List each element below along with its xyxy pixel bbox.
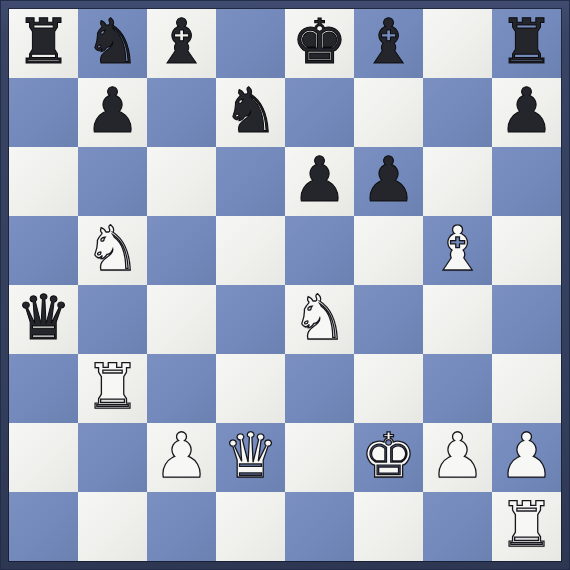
square-g1[interactable]	[423, 492, 492, 561]
piece-black-pawn[interactable]: ♟	[499, 80, 555, 142]
square-c6[interactable]	[147, 147, 216, 216]
piece-black-pawn[interactable]: ♟	[361, 149, 417, 211]
square-h8[interactable]: ♜	[492, 9, 561, 78]
piece-white-knight[interactable]: ♞	[85, 218, 141, 280]
piece-black-rook[interactable]: ♜	[16, 11, 72, 73]
piece-black-king[interactable]: ♚	[292, 11, 348, 73]
square-a6[interactable]	[9, 147, 78, 216]
piece-white-rook[interactable]: ♜	[85, 356, 141, 418]
piece-black-rook[interactable]: ♜	[499, 11, 555, 73]
piece-black-bishop[interactable]: ♝	[154, 11, 210, 73]
square-c8[interactable]: ♝	[147, 9, 216, 78]
square-b6[interactable]	[78, 147, 147, 216]
square-f6[interactable]: ♟	[354, 147, 423, 216]
square-g8[interactable]	[423, 9, 492, 78]
square-b5[interactable]: ♞	[78, 216, 147, 285]
piece-white-rook[interactable]: ♜	[499, 494, 555, 556]
square-d1[interactable]	[216, 492, 285, 561]
chess-board-frame: ♜♞♝♚♝♜♟♞♟♟♟♞♝♛♞♜♟♛♚♟♟♜	[0, 0, 570, 570]
piece-black-knight[interactable]: ♞	[85, 11, 141, 73]
piece-white-pawn[interactable]: ♟	[430, 425, 486, 487]
square-c5[interactable]	[147, 216, 216, 285]
square-a7[interactable]	[9, 78, 78, 147]
piece-white-knight[interactable]: ♞	[292, 287, 348, 349]
square-c1[interactable]	[147, 492, 216, 561]
square-d8[interactable]	[216, 9, 285, 78]
square-a2[interactable]	[9, 423, 78, 492]
square-h2[interactable]: ♟	[492, 423, 561, 492]
square-a5[interactable]	[9, 216, 78, 285]
square-b4[interactable]	[78, 285, 147, 354]
square-c4[interactable]	[147, 285, 216, 354]
square-e1[interactable]	[285, 492, 354, 561]
piece-black-pawn[interactable]: ♟	[85, 80, 141, 142]
piece-black-knight[interactable]: ♞	[223, 80, 279, 142]
piece-white-pawn[interactable]: ♟	[154, 425, 210, 487]
square-b7[interactable]: ♟	[78, 78, 147, 147]
piece-black-bishop[interactable]: ♝	[361, 11, 417, 73]
square-d7[interactable]: ♞	[216, 78, 285, 147]
square-h3[interactable]	[492, 354, 561, 423]
square-h5[interactable]	[492, 216, 561, 285]
square-e5[interactable]	[285, 216, 354, 285]
square-d2[interactable]: ♛	[216, 423, 285, 492]
square-f8[interactable]: ♝	[354, 9, 423, 78]
square-d4[interactable]	[216, 285, 285, 354]
square-f5[interactable]	[354, 216, 423, 285]
chess-board: ♜♞♝♚♝♜♟♞♟♟♟♞♝♛♞♜♟♛♚♟♟♜	[9, 9, 561, 561]
square-b3[interactable]: ♜	[78, 354, 147, 423]
square-g7[interactable]	[423, 78, 492, 147]
square-g4[interactable]	[423, 285, 492, 354]
square-e3[interactable]	[285, 354, 354, 423]
square-g6[interactable]	[423, 147, 492, 216]
square-e8[interactable]: ♚	[285, 9, 354, 78]
square-b8[interactable]: ♞	[78, 9, 147, 78]
piece-white-pawn[interactable]: ♟	[499, 425, 555, 487]
square-a3[interactable]	[9, 354, 78, 423]
square-a4[interactable]: ♛	[9, 285, 78, 354]
square-e6[interactable]: ♟	[285, 147, 354, 216]
square-e4[interactable]: ♞	[285, 285, 354, 354]
square-f1[interactable]	[354, 492, 423, 561]
square-g3[interactable]	[423, 354, 492, 423]
piece-black-pawn[interactable]: ♟	[292, 149, 348, 211]
square-c7[interactable]	[147, 78, 216, 147]
square-b2[interactable]	[78, 423, 147, 492]
square-c2[interactable]: ♟	[147, 423, 216, 492]
square-h7[interactable]: ♟	[492, 78, 561, 147]
square-e2[interactable]	[285, 423, 354, 492]
square-f4[interactable]	[354, 285, 423, 354]
square-d5[interactable]	[216, 216, 285, 285]
square-h6[interactable]	[492, 147, 561, 216]
piece-white-king[interactable]: ♚	[361, 425, 417, 487]
piece-white-queen[interactable]: ♛	[223, 425, 279, 487]
square-f3[interactable]	[354, 354, 423, 423]
square-f7[interactable]	[354, 78, 423, 147]
square-d3[interactable]	[216, 354, 285, 423]
square-b1[interactable]	[78, 492, 147, 561]
square-a1[interactable]	[9, 492, 78, 561]
square-g2[interactable]: ♟	[423, 423, 492, 492]
square-g5[interactable]: ♝	[423, 216, 492, 285]
square-h4[interactable]	[492, 285, 561, 354]
square-d6[interactable]	[216, 147, 285, 216]
piece-white-bishop[interactable]: ♝	[430, 218, 486, 280]
square-f2[interactable]: ♚	[354, 423, 423, 492]
square-a8[interactable]: ♜	[9, 9, 78, 78]
square-e7[interactable]	[285, 78, 354, 147]
square-c3[interactable]	[147, 354, 216, 423]
square-h1[interactable]: ♜	[492, 492, 561, 561]
piece-black-queen[interactable]: ♛	[16, 287, 72, 349]
